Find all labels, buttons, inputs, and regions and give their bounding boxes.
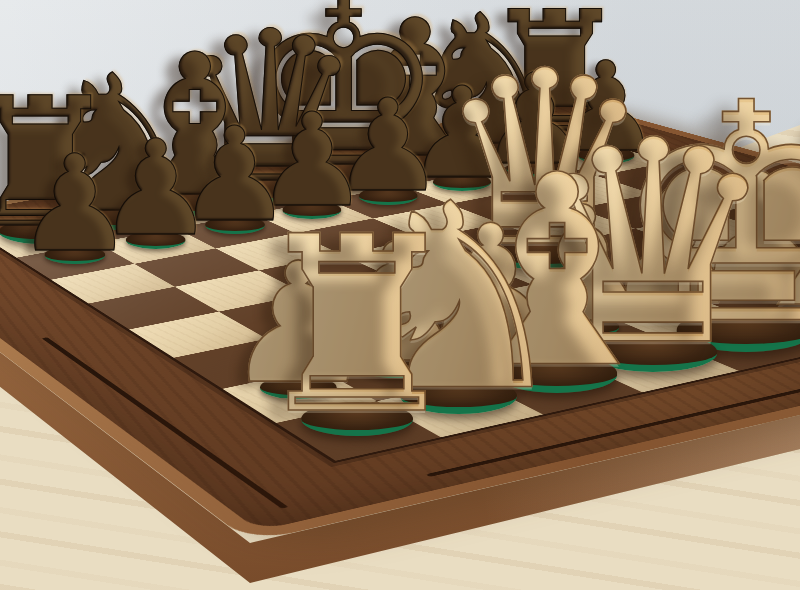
- chess-set-product-photo: ♜♞♝♛♚♝♞♜♟♟♟♟♟♟♟♟♛♟♟♟♟♟♟♟♟♜♞♝♛♚♝♞♜: [0, 0, 800, 590]
